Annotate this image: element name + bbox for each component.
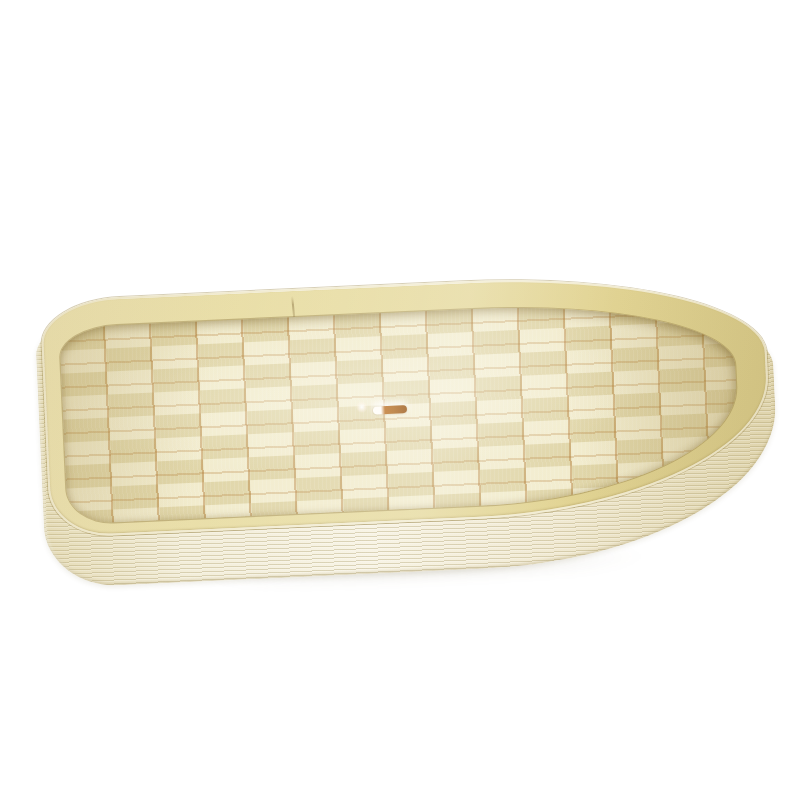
bamboo-tray xyxy=(34,267,783,596)
weave-gap-highlight xyxy=(373,405,407,415)
product-photo-canvas xyxy=(0,0,800,800)
weave-gap-sparkle xyxy=(356,400,369,413)
